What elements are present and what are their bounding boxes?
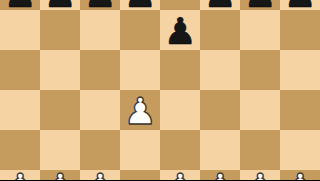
square-b7[interactable]: ♟ (40, 0, 80, 10)
white-pawn[interactable]: ♟ (123, 93, 156, 130)
square-h2[interactable]: ♟ (280, 170, 320, 180)
square-f6[interactable] (200, 10, 240, 50)
square-a5[interactable] (0, 50, 40, 90)
white-pawn[interactable]: ♟ (283, 169, 316, 181)
square-c7[interactable]: ♟ (80, 0, 120, 10)
square-d6[interactable] (120, 10, 160, 50)
square-c3[interactable] (80, 130, 120, 170)
square-f2[interactable]: ♟ (200, 170, 240, 180)
square-f4[interactable] (200, 90, 240, 130)
black-pawn[interactable]: ♟ (203, 0, 236, 13)
square-d5[interactable] (120, 50, 160, 90)
board-viewport: ♟♟♟♟♟♟♟♟♟♟♟♟♟♟♟♟ (0, 0, 320, 180)
black-pawn[interactable]: ♟ (43, 0, 76, 13)
white-pawn[interactable]: ♟ (83, 169, 116, 181)
white-pawn[interactable]: ♟ (43, 169, 76, 181)
black-pawn[interactable]: ♟ (123, 0, 156, 13)
square-h3[interactable] (280, 130, 320, 170)
white-pawn[interactable]: ♟ (163, 169, 196, 181)
square-d3[interactable] (120, 130, 160, 170)
white-pawn[interactable]: ♟ (3, 169, 36, 181)
square-b2[interactable]: ♟ (40, 170, 80, 180)
black-pawn[interactable]: ♟ (243, 0, 276, 13)
square-g3[interactable] (240, 130, 280, 170)
square-e4[interactable] (160, 90, 200, 130)
white-pawn[interactable]: ♟ (243, 169, 276, 181)
square-h5[interactable] (280, 50, 320, 90)
square-d7[interactable]: ♟ (120, 0, 160, 10)
square-e6[interactable]: ♟ (160, 10, 200, 50)
square-h4[interactable] (280, 90, 320, 130)
square-a4[interactable] (0, 90, 40, 130)
square-c5[interactable] (80, 50, 120, 90)
square-a7[interactable]: ♟ (0, 0, 40, 10)
black-pawn[interactable]: ♟ (163, 13, 196, 50)
square-d4[interactable]: ♟ (120, 90, 160, 130)
square-h6[interactable] (280, 10, 320, 50)
square-g7[interactable]: ♟ (240, 0, 280, 10)
square-a3[interactable] (0, 130, 40, 170)
square-e3[interactable] (160, 130, 200, 170)
square-g5[interactable] (240, 50, 280, 90)
square-b4[interactable] (40, 90, 80, 130)
square-h7[interactable]: ♟ (280, 0, 320, 10)
black-pawn[interactable]: ♟ (283, 0, 316, 13)
square-c6[interactable] (80, 10, 120, 50)
black-pawn[interactable]: ♟ (83, 0, 116, 13)
square-e7[interactable] (160, 0, 200, 10)
square-c4[interactable] (80, 90, 120, 130)
square-a2[interactable]: ♟ (0, 170, 40, 180)
square-g4[interactable] (240, 90, 280, 130)
square-f5[interactable] (200, 50, 240, 90)
square-g6[interactable] (240, 10, 280, 50)
square-f7[interactable]: ♟ (200, 0, 240, 10)
white-pawn[interactable]: ♟ (203, 169, 236, 181)
square-a6[interactable] (0, 10, 40, 50)
square-b6[interactable] (40, 10, 80, 50)
square-e5[interactable] (160, 50, 200, 90)
chess-board: ♟♟♟♟♟♟♟♟♟♟♟♟♟♟♟♟ (0, 0, 320, 180)
square-c2[interactable]: ♟ (80, 170, 120, 180)
black-pawn[interactable]: ♟ (3, 0, 36, 13)
square-g2[interactable]: ♟ (240, 170, 280, 180)
square-f3[interactable] (200, 130, 240, 170)
square-d2[interactable] (120, 170, 160, 180)
square-b3[interactable] (40, 130, 80, 170)
square-e2[interactable]: ♟ (160, 170, 200, 180)
square-b5[interactable] (40, 50, 80, 90)
